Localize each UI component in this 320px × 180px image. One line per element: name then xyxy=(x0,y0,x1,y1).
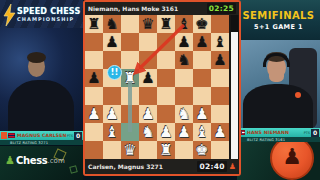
square-b8: ♞ xyxy=(103,15,121,33)
left-plate-rating: BLITZ RATING 3271 xyxy=(10,141,48,145)
square-h6: ♟ xyxy=(211,51,229,69)
square-f4 xyxy=(175,87,193,105)
left-player-plate: MAGNUS CARLSEN PTS 0 BLITZ RATING 3271 xyxy=(0,131,83,145)
left-plate-name: MAGNUS CARLSEN xyxy=(17,133,67,138)
broadcast-frame: SPEED CHESS CHAMPIONSHIP MAGNUS CARLSEN … xyxy=(0,0,320,180)
square-f2: ♟ xyxy=(175,123,193,141)
black-pawn-a5: ♟ xyxy=(85,69,103,87)
square-g4 xyxy=(193,87,211,105)
white-rook-e1: ♜ xyxy=(157,141,175,159)
brilliant-move-badge: !! xyxy=(107,65,122,80)
black-pawn-h6: ♟ xyxy=(211,51,229,69)
square-c4 xyxy=(121,87,139,105)
white-bishop-b2: ♝ xyxy=(103,123,121,141)
square-e8: ♜ xyxy=(157,15,175,33)
chess-board: ♜♞♛♜♝♚♟♟♟♝♞♟♟♜♟♟♟♟♞♟♝♞♟♟♝♟♛♜♚ !! xyxy=(85,15,229,159)
scc-pawn-icon: ♟ xyxy=(282,146,302,168)
orange-pawn-icon: ♟ xyxy=(229,163,236,171)
scc-title: SPEED CHESS xyxy=(17,7,80,16)
black-pawn-d5: ♟ xyxy=(139,69,157,87)
black-rook-e8: ♜ xyxy=(157,15,175,33)
headphones-icon xyxy=(263,53,290,67)
white-knight-d2: ♞ xyxy=(139,123,157,141)
left-pts-label: PTS xyxy=(67,134,73,138)
square-a1 xyxy=(85,141,103,159)
carlsen-silhouette xyxy=(8,80,74,132)
scc-circle-logo: ♟ xyxy=(270,142,314,180)
right-plate-name: HANS NIEMANN xyxy=(247,130,304,135)
bottom-player-name: Carlsen, Magnus 3271 xyxy=(88,163,197,170)
white-rook-c5: ♜ xyxy=(121,69,139,87)
chesscom-logo-suffix: .com xyxy=(48,157,65,165)
square-c8 xyxy=(121,15,139,33)
black-pawn-g7: ♟ xyxy=(193,33,211,51)
square-d4 xyxy=(139,87,157,105)
square-g6 xyxy=(193,51,211,69)
square-h8 xyxy=(211,15,229,33)
right-footer: ♟ xyxy=(237,142,320,180)
left-plate-sub: BLITZ RATING 3271 xyxy=(0,140,83,145)
square-e2: ♟ xyxy=(157,123,175,141)
white-pawn-g3: ♟ xyxy=(193,105,211,123)
niemann-silhouette xyxy=(243,84,313,128)
white-pawn-d3: ♟ xyxy=(139,105,157,123)
square-g1: ♚ xyxy=(193,141,211,159)
white-pawn-h2: ♟ xyxy=(211,123,229,141)
square-e1: ♜ xyxy=(157,141,175,159)
scc-logo: SPEED CHESS CHAMPIONSHIP xyxy=(0,0,83,28)
right-pts-label: PTS xyxy=(304,131,310,135)
square-f1 xyxy=(175,141,193,159)
square-a8: ♜ xyxy=(85,15,103,33)
top-player-bar: Niemann, Hans Moke 3161 02:25 xyxy=(85,2,239,15)
right-score: 0 xyxy=(311,129,319,137)
square-h5 xyxy=(211,69,229,87)
left-score: 0 xyxy=(74,132,82,140)
square-h7: ♝ xyxy=(211,33,229,51)
chesscom-pawn-icon: ♟ xyxy=(5,155,15,166)
eval-column xyxy=(229,15,239,159)
square-h4 xyxy=(211,87,229,105)
white-pawn-b3: ♟ xyxy=(103,105,121,123)
square-c3 xyxy=(121,105,139,123)
last-move-highlight xyxy=(121,123,139,141)
norway-flag-icon xyxy=(8,133,15,138)
black-knight-b8: ♞ xyxy=(103,15,121,33)
left-plate-main: MAGNUS CARLSEN PTS 0 xyxy=(0,131,83,140)
evaluation-bar-black xyxy=(231,15,238,32)
black-pawn-b7: ♟ xyxy=(103,33,121,51)
black-bishop-h7: ♝ xyxy=(211,33,229,51)
square-a6 xyxy=(85,51,103,69)
square-d7 xyxy=(139,33,157,51)
square-f8: ♝ xyxy=(175,15,193,33)
match-format: 5+1 GAME 1 xyxy=(254,23,303,31)
square-f5 xyxy=(175,69,193,87)
square-c5: ♜ xyxy=(121,69,139,87)
black-knight-f6: ♞ xyxy=(175,51,193,69)
square-b3: ♟ xyxy=(103,105,121,123)
square-e5 xyxy=(157,69,175,87)
black-king-g8: ♚ xyxy=(193,15,211,33)
square-b1 xyxy=(103,141,121,159)
square-g7: ♟ xyxy=(193,33,211,51)
square-f6: ♞ xyxy=(175,51,193,69)
square-h1 xyxy=(211,141,229,159)
top-player-clock: 02:25 xyxy=(207,3,236,14)
square-c1: ♛ xyxy=(121,141,139,159)
square-f3: ♞ xyxy=(175,105,193,123)
white-pawn-f2: ♟ xyxy=(175,123,193,141)
right-plate-main: HANS NIEMANN PTS 0 xyxy=(237,128,320,137)
left-footer: ♟ Chess .com xyxy=(0,146,83,180)
square-d8: ♛ xyxy=(139,15,157,33)
stage-title: SEMIFINALS xyxy=(243,10,315,21)
white-king-g1: ♚ xyxy=(193,141,211,159)
white-pawn-e2: ♟ xyxy=(157,123,175,141)
square-f7: ♟ xyxy=(175,33,193,51)
bottom-player-bar: Carlsen, Magnus 3271 02:40 ♟ xyxy=(85,159,239,174)
square-a7 xyxy=(85,33,103,51)
square-e4 xyxy=(157,87,175,105)
white-pawn-a3: ♟ xyxy=(85,105,103,123)
square-d3: ♟ xyxy=(139,105,157,123)
square-g8: ♚ xyxy=(193,15,211,33)
jersey-patch xyxy=(295,92,301,98)
niemann-hand xyxy=(269,68,284,82)
white-knight-f3: ♞ xyxy=(175,105,193,123)
square-h3 xyxy=(211,105,229,123)
black-pawn-f7: ♟ xyxy=(175,33,193,51)
scc-chip-icon xyxy=(1,132,7,139)
square-g3: ♟ xyxy=(193,105,211,123)
square-a4 xyxy=(85,87,103,105)
right-player-cam xyxy=(237,40,320,128)
scc-subtitle: CHAMPIONSHIP xyxy=(17,16,80,22)
square-a5: ♟ xyxy=(85,69,103,87)
top-player-name: Niemann, Hans Moke 3161 xyxy=(88,5,207,12)
chesscom-logo: ♟ Chess .com xyxy=(5,155,65,166)
lightning-bolt-icon xyxy=(3,4,16,26)
evaluation-bar xyxy=(231,15,238,159)
square-b2: ♝ xyxy=(103,123,121,141)
square-c2 xyxy=(121,123,139,141)
square-c7 xyxy=(121,33,139,51)
black-bishop-f8: ♝ xyxy=(175,15,193,33)
square-c6 xyxy=(121,51,139,69)
square-b4 xyxy=(103,87,121,105)
stage-header: SEMIFINALS 5+1 GAME 1 xyxy=(237,0,320,40)
square-g2: ♝ xyxy=(193,123,211,141)
white-bishop-g2: ♝ xyxy=(193,123,211,141)
bottom-player-clock: 02:40 xyxy=(197,161,226,172)
square-d5: ♟ xyxy=(139,69,157,87)
square-g5 xyxy=(193,69,211,87)
square-b7: ♟ xyxy=(103,33,121,51)
left-player-cam xyxy=(0,28,83,132)
left-panel: SPEED CHESS CHAMPIONSHIP MAGNUS CARLSEN … xyxy=(0,0,83,180)
square-a2 xyxy=(85,123,103,141)
carlsen-hair xyxy=(27,52,46,63)
right-player-plate: HANS NIEMANN PTS 0 BLITZ RATING 3161 xyxy=(237,128,320,142)
square-e6 xyxy=(157,51,175,69)
square-e7 xyxy=(157,33,175,51)
board-broadcast-panel: Niemann, Hans Moke 3161 02:25 ♜♞♛♜♝♚♟♟♟♝… xyxy=(83,0,241,176)
chesscom-logo-text: Chess xyxy=(16,155,48,166)
square-e3 xyxy=(157,105,175,123)
white-queen-c1: ♛ xyxy=(121,141,139,159)
confetti-shape xyxy=(69,165,78,174)
right-plate-rating: BLITZ RATING 3161 xyxy=(247,138,285,142)
square-d1 xyxy=(139,141,157,159)
square-a3: ♟ xyxy=(85,105,103,123)
black-rook-a8: ♜ xyxy=(85,15,103,33)
square-h2: ♟ xyxy=(211,123,229,141)
black-queen-d8: ♛ xyxy=(139,15,157,33)
square-d2: ♞ xyxy=(139,123,157,141)
square-d6 xyxy=(139,51,157,69)
